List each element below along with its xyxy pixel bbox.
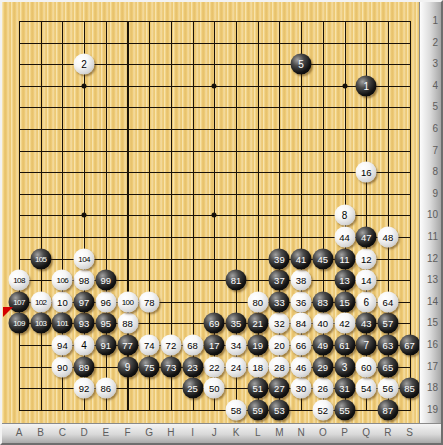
star-point [82,83,87,88]
stone-white-66[interactable]: 66 [291,335,312,356]
column-label-C: C [59,428,66,438]
stone-black-69[interactable]: 69 [204,313,225,334]
row-label-13: 13 [427,275,438,285]
stone-white-78[interactable]: 78 [139,291,160,312]
stone-black-3[interactable]: 3 [334,356,355,377]
stone-black-27[interactable]: 27 [269,378,290,399]
stone-white-12[interactable]: 12 [356,248,377,269]
stone-black-57[interactable]: 57 [377,313,398,334]
stone-white-102[interactable]: 102 [30,291,51,312]
stone-black-63[interactable]: 63 [377,335,398,356]
stone-white-92[interactable]: 92 [74,378,95,399]
stone-white-104[interactable]: 104 [74,248,95,269]
stone-white-44[interactable]: 44 [334,227,355,248]
stone-black-25[interactable]: 25 [182,378,203,399]
stone-black-7[interactable]: 7 [356,335,377,356]
stone-black-39[interactable]: 39 [269,248,290,269]
stone-white-6[interactable]: 6 [356,291,377,312]
stone-black-93[interactable]: 93 [74,313,95,334]
stone-white-98[interactable]: 98 [74,270,95,291]
stone-white-42[interactable]: 42 [334,313,355,334]
stone-white-64[interactable]: 64 [377,291,398,312]
stone-black-103[interactable]: 103 [30,313,51,334]
stone-white-40[interactable]: 40 [312,313,333,334]
column-label-P: P [341,428,348,438]
row-label-17: 17 [427,362,438,372]
row-label-16: 16 [427,340,438,350]
column-label-N: N [297,428,304,438]
stone-black-53[interactable]: 53 [269,399,290,420]
stone-white-58[interactable]: 58 [226,399,247,420]
stone-black-89[interactable]: 89 [74,356,95,377]
stone-white-16[interactable]: 16 [356,162,377,183]
stone-black-13[interactable]: 13 [334,270,355,291]
row-label-10: 10 [427,210,438,220]
stone-black-49[interactable]: 49 [312,335,333,356]
stone-white-38[interactable]: 38 [291,270,312,291]
stone-black-61[interactable]: 61 [334,335,355,356]
stone-white-84[interactable]: 84 [291,313,312,334]
column-label-A: A [16,428,23,438]
column-label-K: K [233,428,240,438]
stone-black-81[interactable]: 81 [226,270,247,291]
row-label-19: 19 [427,405,438,415]
stone-black-59[interactable]: 59 [247,399,268,420]
stone-white-30[interactable]: 30 [291,378,312,399]
row-label-4: 4 [432,81,438,91]
stone-black-91[interactable]: 91 [95,335,116,356]
stone-white-108[interactable]: 108 [9,270,30,291]
stone-white-8[interactable]: 8 [334,205,355,226]
stone-black-95[interactable]: 95 [95,313,116,334]
stone-black-5[interactable]: 5 [291,54,312,75]
row-label-12: 12 [427,254,438,264]
star-point [212,213,217,218]
column-label-D: D [80,428,87,438]
stone-black-65[interactable]: 65 [377,356,398,377]
stone-white-86[interactable]: 86 [95,378,116,399]
star-point [82,213,87,218]
stone-black-73[interactable]: 73 [160,356,181,377]
stone-black-29[interactable]: 29 [312,356,333,377]
stone-black-37[interactable]: 37 [269,270,290,291]
column-label-L: L [255,428,261,438]
go-board-window: 1234567891011121314151617181920212223242… [0,0,443,445]
row-label-11: 11 [428,232,438,242]
column-label-O: O [319,428,327,438]
stone-black-83[interactable]: 83 [312,291,333,312]
stone-white-36[interactable]: 36 [291,291,312,312]
column-label-R: R [384,428,391,438]
column-label-F: F [124,428,130,438]
stone-black-11[interactable]: 11 [334,248,355,269]
column-label-S: S [406,428,413,438]
stone-black-105[interactable]: 105 [30,248,51,269]
stone-white-24[interactable]: 24 [226,356,247,377]
stone-black-75[interactable]: 75 [139,356,160,377]
stone-white-28[interactable]: 28 [269,356,290,377]
row-label-6: 6 [432,124,438,134]
column-label-G: G [145,428,153,438]
star-point [342,83,347,88]
row-label-2: 2 [432,38,438,48]
row-labels-gutter: 12345678910111213141516171819 [419,2,441,423]
stone-white-54[interactable]: 54 [356,378,377,399]
stone-black-47[interactable]: 47 [356,227,377,248]
stone-white-22[interactable]: 22 [204,356,225,377]
stone-black-99[interactable]: 99 [95,270,116,291]
stone-black-43[interactable]: 43 [356,313,377,334]
stone-white-20[interactable]: 20 [269,335,290,356]
stone-white-18[interactable]: 18 [247,356,268,377]
column-labels-gutter: ABCDEFGHIJKLMNOPQRS [2,423,441,443]
column-label-M: M [275,428,283,438]
stone-black-19[interactable]: 19 [247,335,268,356]
stone-white-68[interactable]: 68 [182,335,203,356]
stone-black-9[interactable]: 9 [117,356,138,377]
row-label-8: 8 [432,167,438,177]
stone-white-72[interactable]: 72 [160,335,181,356]
stone-black-23[interactable]: 23 [182,356,203,377]
row-label-14: 14 [427,297,438,307]
stone-black-85[interactable]: 85 [399,378,420,399]
stone-black-67[interactable]: 67 [399,335,420,356]
stone-black-15[interactable]: 15 [334,291,355,312]
row-label-9: 9 [432,189,438,199]
stone-white-94[interactable]: 94 [52,335,73,356]
column-label-E: E [102,428,109,438]
stone-white-4[interactable]: 4 [74,335,95,356]
column-label-I: I [191,428,194,438]
row-label-3: 3 [432,59,438,69]
stone-black-41[interactable]: 41 [291,248,312,269]
star-point [212,83,217,88]
stone-black-1[interactable]: 1 [356,75,377,96]
stone-white-88[interactable]: 88 [117,313,138,334]
stone-white-48[interactable]: 48 [377,227,398,248]
stone-white-10[interactable]: 10 [52,291,73,312]
stone-white-56[interactable]: 56 [377,378,398,399]
row-label-15: 15 [427,318,438,328]
stone-white-52[interactable]: 52 [312,399,333,420]
column-label-J: J [212,428,217,438]
column-label-H: H [167,428,174,438]
row-label-7: 7 [432,146,438,156]
goban[interactable]: 1234567891011121314151617181920212223242… [2,2,419,423]
stone-white-46[interactable]: 46 [291,356,312,377]
stone-black-35[interactable]: 35 [226,313,247,334]
stone-black-55[interactable]: 55 [334,399,355,420]
stone-white-34[interactable]: 34 [226,335,247,356]
stone-white-14[interactable]: 14 [356,270,377,291]
stone-white-26[interactable]: 26 [312,378,333,399]
stone-black-77[interactable]: 77 [117,335,138,356]
stone-white-90[interactable]: 90 [52,356,73,377]
stone-black-45[interactable]: 45 [312,248,333,269]
stone-black-17[interactable]: 17 [204,335,225,356]
stone-white-74[interactable]: 74 [139,335,160,356]
stone-white-50[interactable]: 50 [204,378,225,399]
stone-white-2[interactable]: 2 [74,54,95,75]
stone-white-60[interactable]: 60 [356,356,377,377]
stone-black-101[interactable]: 101 [52,313,73,334]
stone-black-31[interactable]: 31 [334,378,355,399]
stone-black-51[interactable]: 51 [247,378,268,399]
column-label-B: B [37,428,44,438]
stone-black-33[interactable]: 33 [269,291,290,312]
stone-black-21[interactable]: 21 [247,313,268,334]
stone-white-32[interactable]: 32 [269,313,290,334]
stone-white-100[interactable]: 100 [117,291,138,312]
stone-white-106[interactable]: 106 [52,270,73,291]
row-label-5: 5 [432,102,438,112]
stone-black-97[interactable]: 97 [74,291,95,312]
stone-white-96[interactable]: 96 [95,291,116,312]
last-move-marker [3,307,13,317]
column-label-Q: Q [362,428,370,438]
row-label-1: 1 [432,16,438,26]
stone-black-87[interactable]: 87 [377,399,398,420]
stone-white-80[interactable]: 80 [247,291,268,312]
row-label-18: 18 [427,383,438,393]
